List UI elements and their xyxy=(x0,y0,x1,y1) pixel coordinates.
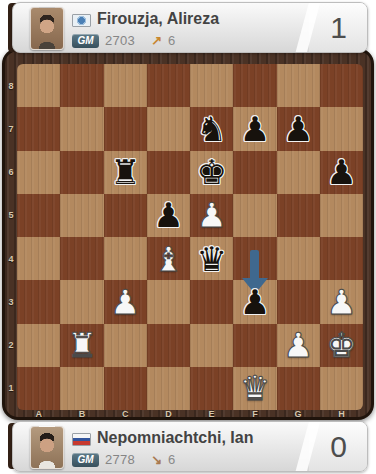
square-h1[interactable] xyxy=(320,367,363,410)
file-label-H: H xyxy=(320,409,363,419)
gm-title-badge: GM xyxy=(72,453,99,467)
square-h4[interactable] xyxy=(320,237,363,280)
square-h2[interactable]: ♚ xyxy=(320,324,363,367)
square-d6[interactable] xyxy=(147,151,190,194)
square-g4[interactable] xyxy=(277,237,320,280)
player-meta-row: GM 2703 ↗ 6 xyxy=(72,33,175,48)
file-labels: ABCDEFGH xyxy=(17,409,363,418)
piece-black-knight-e7[interactable]: ♞ xyxy=(190,107,233,150)
player-meta-row: GM 2778 ↘ 6 xyxy=(72,452,175,467)
rating-change: 6 xyxy=(168,452,175,467)
piece-white-rook-b2[interactable]: ♜ xyxy=(60,324,103,367)
square-d1[interactable] xyxy=(147,367,190,410)
square-b4[interactable] xyxy=(60,237,103,280)
player-card-bottom: Nepomniachtchi, Ian GM 2778 ↘ 6 0 xyxy=(12,421,368,472)
square-c1[interactable] xyxy=(104,367,147,410)
rank-label-2: 2 xyxy=(5,324,17,367)
fide-flag-icon xyxy=(72,14,91,27)
piece-black-pawn-h6[interactable]: ♟ xyxy=(320,151,363,194)
square-f6[interactable] xyxy=(233,151,276,194)
piece-black-pawn-g7[interactable]: ♟ xyxy=(277,107,320,150)
chess-board[interactable]: ♞♟♟♜♚♟♟♟♝♛♟♟♟♜♟♚♛ xyxy=(17,64,363,410)
piece-white-pawn-g2[interactable]: ♟ xyxy=(277,324,320,367)
player-name: Nepomniachtchi, Ian xyxy=(97,429,253,447)
player-card-top: Firouzja, Alireza GM 2703 ↗ 6 1 xyxy=(12,2,368,53)
piece-white-king-h2[interactable]: ♚ xyxy=(320,324,363,367)
piece-black-pawn-f7[interactable]: ♟ xyxy=(233,107,276,150)
square-a1[interactable] xyxy=(17,367,60,410)
square-b8[interactable] xyxy=(60,64,103,107)
square-g3[interactable] xyxy=(277,280,320,323)
square-d2[interactable] xyxy=(147,324,190,367)
file-label-E: E xyxy=(190,409,233,419)
square-a4[interactable] xyxy=(17,237,60,280)
file-label-A: A xyxy=(17,409,60,419)
file-label-F: F xyxy=(233,409,276,419)
square-a8[interactable] xyxy=(17,64,60,107)
square-b1[interactable] xyxy=(60,367,103,410)
square-d5[interactable]: ♟ xyxy=(147,194,190,237)
rating-down-icon: ↘ xyxy=(151,452,162,467)
square-f8[interactable] xyxy=(233,64,276,107)
square-h7[interactable] xyxy=(320,107,363,150)
file-label-C: C xyxy=(104,409,147,419)
player-rating: 2703 xyxy=(105,33,135,48)
piece-white-pawn-e5[interactable]: ♟ xyxy=(190,194,233,237)
file-label-G: G xyxy=(277,409,320,419)
square-e5[interactable]: ♟ xyxy=(190,194,233,237)
square-b5[interactable] xyxy=(60,194,103,237)
square-d4[interactable]: ♝ xyxy=(147,237,190,280)
square-e7[interactable]: ♞ xyxy=(190,107,233,150)
square-b2[interactable]: ♜ xyxy=(60,324,103,367)
piece-white-bishop-d4[interactable]: ♝ xyxy=(147,237,190,280)
player-avatar xyxy=(30,426,64,469)
piece-black-rook-c6[interactable]: ♜ xyxy=(104,151,147,194)
player-name: Firouzja, Alireza xyxy=(97,10,219,28)
square-a5[interactable] xyxy=(17,194,60,237)
rank-label-6: 6 xyxy=(5,151,17,194)
square-d8[interactable] xyxy=(147,64,190,107)
file-label-D: D xyxy=(147,409,190,419)
piece-black-queen-e4[interactable]: ♛ xyxy=(190,237,233,280)
square-b3[interactable] xyxy=(60,280,103,323)
square-c6[interactable]: ♜ xyxy=(104,151,147,194)
square-e8[interactable] xyxy=(190,64,233,107)
square-f2[interactable] xyxy=(233,324,276,367)
player-score: 1 xyxy=(330,11,347,45)
rank-label-1: 1 xyxy=(5,367,17,410)
square-e2[interactable] xyxy=(190,324,233,367)
last-move-arrow xyxy=(250,250,259,279)
square-a2[interactable] xyxy=(17,324,60,367)
rank-label-8: 8 xyxy=(5,64,17,107)
board-frame: 87654321 ♞♟♟♜♚♟♟♟♝♛♟♟♟♜♟♚♛ ABCDEFGH xyxy=(2,48,374,420)
square-g8[interactable] xyxy=(277,64,320,107)
piece-black-king-e6[interactable]: ♚ xyxy=(190,151,233,194)
rating-change: 6 xyxy=(168,33,175,48)
rank-label-3: 3 xyxy=(5,280,17,323)
square-a7[interactable] xyxy=(17,107,60,150)
square-b7[interactable] xyxy=(60,107,103,150)
square-c5[interactable] xyxy=(104,194,147,237)
square-h5[interactable] xyxy=(320,194,363,237)
piece-white-pawn-c3[interactable]: ♟ xyxy=(104,280,147,323)
square-h8[interactable] xyxy=(320,64,363,107)
square-h3[interactable]: ♟ xyxy=(320,280,363,323)
square-f1[interactable]: ♛ xyxy=(233,367,276,410)
square-e3[interactable] xyxy=(190,280,233,323)
rating-up-icon: ↗ xyxy=(151,33,162,48)
square-d3[interactable] xyxy=(147,280,190,323)
square-c7[interactable] xyxy=(104,107,147,150)
piece-black-pawn-f3[interactable]: ♟ xyxy=(233,280,276,323)
square-c8[interactable] xyxy=(104,64,147,107)
square-f5[interactable] xyxy=(233,194,276,237)
square-e1[interactable] xyxy=(190,367,233,410)
square-a3[interactable] xyxy=(17,280,60,323)
square-c3[interactable]: ♟ xyxy=(104,280,147,323)
player-avatar xyxy=(30,7,64,50)
rank-labels: 87654321 xyxy=(5,64,17,410)
square-a6[interactable] xyxy=(17,151,60,194)
file-label-B: B xyxy=(60,409,103,419)
square-d7[interactable] xyxy=(147,107,190,150)
gm-title-badge: GM xyxy=(72,34,99,48)
piece-black-pawn-d5[interactable]: ♟ xyxy=(147,194,190,237)
player-score: 0 xyxy=(330,430,347,464)
square-c2[interactable] xyxy=(104,324,147,367)
russia-flag-icon xyxy=(72,433,91,446)
square-g2[interactable]: ♟ xyxy=(277,324,320,367)
square-g7[interactable]: ♟ xyxy=(277,107,320,150)
square-g5[interactable] xyxy=(277,194,320,237)
rank-label-4: 4 xyxy=(5,237,17,280)
square-g6[interactable] xyxy=(277,151,320,194)
square-h6[interactable]: ♟ xyxy=(320,151,363,194)
square-e4[interactable]: ♛ xyxy=(190,237,233,280)
square-f3[interactable]: ♟ xyxy=(233,280,276,323)
piece-white-pawn-h3[interactable]: ♟ xyxy=(320,280,363,323)
player-rating: 2778 xyxy=(105,452,135,467)
square-g1[interactable] xyxy=(277,367,320,410)
square-c4[interactable] xyxy=(104,237,147,280)
rank-label-7: 7 xyxy=(5,107,17,150)
square-e6[interactable]: ♚ xyxy=(190,151,233,194)
square-b6[interactable] xyxy=(60,151,103,194)
square-f7[interactable]: ♟ xyxy=(233,107,276,150)
rank-label-5: 5 xyxy=(5,194,17,237)
piece-white-queen-f1[interactable]: ♛ xyxy=(233,367,276,410)
